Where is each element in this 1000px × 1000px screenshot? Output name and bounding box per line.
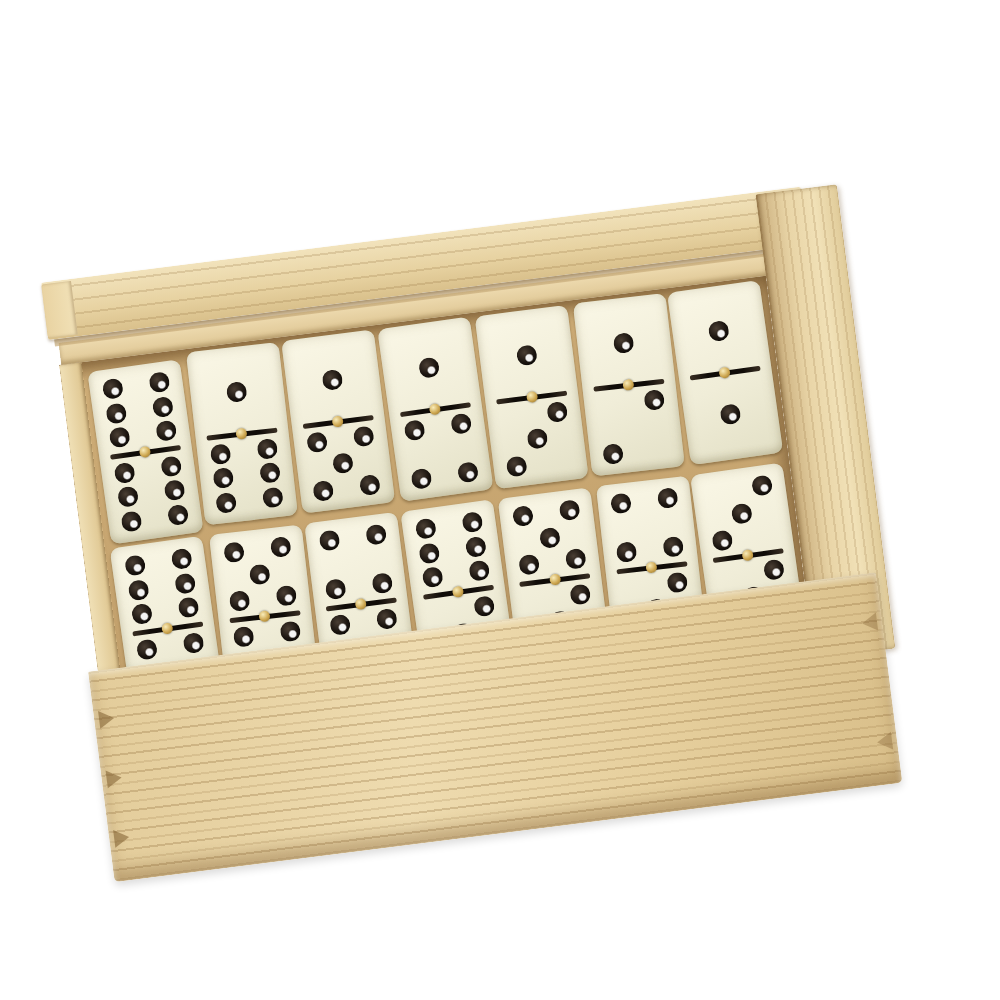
pip-cell	[436, 326, 463, 354]
pip-cell	[401, 416, 428, 444]
pip-cell	[149, 393, 176, 421]
pip-cell	[197, 357, 223, 384]
dovetail-joint-icon	[876, 732, 893, 752]
pip-cell	[726, 289, 753, 317]
pip-cell	[447, 596, 474, 624]
upper-half	[190, 348, 283, 435]
pip-cell	[267, 534, 293, 561]
lower-half	[490, 395, 584, 482]
pip-cell	[233, 462, 259, 489]
pip-cell	[597, 416, 623, 443]
pip-cell	[513, 342, 539, 369]
pip-cell	[319, 551, 345, 578]
pip-cell	[293, 345, 319, 372]
pip	[656, 487, 678, 509]
upper-half	[600, 482, 693, 569]
pip	[214, 492, 236, 514]
pip-cell	[646, 435, 672, 462]
pip-cell	[608, 305, 634, 332]
pip	[464, 535, 487, 558]
pip	[225, 381, 247, 403]
pip-cell	[152, 597, 179, 625]
pip	[518, 554, 540, 576]
pip-cell	[161, 477, 188, 505]
pip	[261, 486, 283, 508]
pip	[472, 595, 495, 618]
upper-half	[382, 323, 477, 412]
pip-cell	[594, 392, 620, 419]
pip	[352, 425, 374, 447]
upper-half	[114, 542, 209, 631]
pip	[269, 536, 291, 558]
pip	[329, 613, 351, 635]
pip-cell	[175, 594, 202, 622]
pip	[279, 620, 301, 642]
pip-cell	[563, 545, 589, 572]
pip-cell	[427, 437, 454, 465]
pip-cell	[419, 378, 446, 406]
domino-1-6[interactable]	[185, 342, 297, 525]
lower-half	[587, 384, 680, 471]
lower-half	[104, 450, 199, 539]
pip	[275, 585, 297, 607]
upper-half	[480, 311, 574, 398]
pip-cell	[138, 480, 165, 508]
pip-cell	[500, 428, 526, 455]
pip-cell	[203, 405, 229, 432]
pip-cell	[236, 487, 262, 514]
pip	[306, 431, 328, 453]
pip	[359, 474, 381, 496]
pip-cell	[277, 618, 303, 645]
pip-cell	[207, 441, 233, 468]
pip	[467, 560, 490, 583]
pip-cell	[533, 314, 559, 341]
pip-cell	[111, 459, 138, 487]
pip	[160, 455, 183, 478]
pip-cell	[220, 539, 246, 566]
pip-cell	[99, 375, 126, 403]
pip-cell	[346, 387, 372, 414]
pip	[461, 511, 484, 534]
pip-cell	[611, 329, 637, 356]
dovetail-joint-icon	[98, 709, 115, 729]
pip-cell	[513, 527, 539, 554]
lower-half	[394, 407, 489, 496]
pip-cell	[462, 533, 489, 561]
pip-cell	[431, 462, 458, 490]
upper-half	[213, 531, 306, 618]
pip-cell	[316, 527, 342, 554]
pip	[322, 368, 344, 390]
pip-cell	[145, 549, 172, 577]
pip	[258, 462, 280, 484]
pip-cell	[322, 576, 348, 603]
pip-cell	[392, 357, 419, 385]
pip-cell	[424, 413, 451, 441]
pip-cell	[620, 413, 646, 440]
pip-cell	[608, 490, 634, 517]
pip-cell	[442, 375, 469, 403]
pip-cell	[126, 396, 153, 424]
lower-half	[200, 432, 293, 519]
dovetail-joint-icon	[861, 613, 878, 633]
pip-cell	[636, 536, 662, 563]
pip-cell	[729, 314, 756, 342]
pip-cell	[389, 333, 416, 361]
pip	[167, 503, 190, 526]
pip-cell	[447, 410, 474, 438]
pip-cell	[560, 521, 586, 548]
pip-cell	[350, 608, 376, 635]
pip-cell	[524, 425, 550, 452]
pip-cell	[244, 351, 270, 378]
pip-cell	[439, 536, 466, 564]
pip-cell	[230, 438, 256, 465]
pip	[170, 548, 193, 571]
pip	[174, 572, 197, 595]
pip-cell	[587, 332, 613, 359]
pip-cell	[299, 393, 325, 420]
pip	[365, 524, 387, 546]
pip	[662, 536, 684, 558]
pip	[371, 572, 393, 594]
pip-cell	[733, 338, 760, 366]
pip-cell	[660, 534, 686, 561]
pip-cell	[114, 483, 141, 511]
pip-cell	[752, 496, 779, 524]
pip-cell	[133, 636, 160, 664]
pip	[228, 590, 250, 612]
dominoes-box-scene	[37, 182, 917, 889]
pip	[610, 493, 632, 515]
pip-cell	[250, 400, 276, 427]
pip	[117, 486, 140, 509]
pip	[209, 443, 231, 465]
pip	[708, 319, 731, 342]
pip-cell	[451, 434, 478, 462]
pip	[232, 626, 254, 648]
pip	[410, 467, 433, 490]
upper-half	[577, 300, 670, 387]
pip-cell	[756, 521, 783, 549]
pip-cell	[106, 424, 133, 452]
upper-half	[503, 494, 597, 581]
upper-half	[672, 287, 767, 376]
pip-cell	[516, 366, 542, 393]
pip-cell	[141, 504, 168, 532]
pip-cell	[419, 564, 446, 592]
upper-half	[309, 518, 403, 605]
pip-cell	[412, 329, 439, 357]
pip-cell	[657, 509, 683, 536]
pip-cell	[454, 458, 481, 486]
pip-cell	[168, 545, 195, 573]
pip	[546, 401, 568, 423]
dovetail-joint-icon	[113, 828, 130, 848]
pip-cell	[180, 629, 207, 657]
pip-cell	[544, 398, 570, 425]
pip-cell	[249, 585, 275, 612]
domino-1-1[interactable]	[667, 280, 783, 465]
pip-cell	[354, 447, 380, 474]
pip-cell	[623, 438, 649, 465]
pip-cell	[350, 423, 376, 450]
upper-half	[405, 506, 500, 595]
pip-cell	[521, 401, 547, 428]
pip-cell	[330, 450, 356, 477]
pip-cell	[157, 632, 184, 660]
pip-cell	[600, 440, 626, 467]
pip-cell	[745, 422, 772, 450]
pip	[212, 467, 234, 489]
upper-half	[92, 366, 187, 455]
pip-cell	[122, 552, 149, 580]
pip	[113, 461, 136, 484]
pip	[763, 558, 786, 581]
pip-cell	[253, 620, 279, 647]
pip-cell	[256, 460, 282, 487]
pip	[515, 344, 537, 366]
pip-cell	[610, 515, 636, 542]
pip-cell	[644, 411, 670, 438]
pip	[222, 542, 244, 564]
pip	[414, 518, 437, 541]
pip	[615, 541, 637, 563]
pip-cell	[424, 599, 451, 627]
pip	[108, 426, 131, 449]
pip-cell	[442, 560, 469, 588]
pip	[418, 356, 441, 379]
pip-cell	[333, 474, 359, 501]
pip-cell	[346, 573, 372, 600]
pip-cell	[304, 428, 330, 455]
pip-cell	[146, 369, 173, 397]
domino-1-2[interactable]	[573, 293, 685, 476]
pip	[324, 578, 346, 600]
pip-cell	[761, 556, 788, 584]
pip-cell	[412, 515, 439, 543]
pip	[512, 505, 534, 527]
pip-cell	[640, 572, 666, 599]
pip-cell	[172, 570, 199, 598]
pip-cell	[527, 450, 553, 477]
product-photo-canvas	[0, 0, 1000, 1000]
pip	[526, 428, 548, 450]
pip	[559, 499, 581, 521]
pip-cell	[307, 453, 333, 480]
pip-cell	[103, 400, 130, 428]
pip	[332, 452, 354, 474]
pip-cell	[125, 576, 152, 604]
pip-cell	[459, 509, 486, 537]
pip-cell	[357, 471, 383, 498]
pip-cell	[617, 574, 643, 601]
pip	[151, 396, 174, 419]
pip	[163, 479, 186, 502]
pip-cell	[221, 354, 247, 381]
pip	[403, 419, 426, 442]
pip-cell	[129, 421, 156, 449]
pip	[130, 603, 153, 626]
pip-cell	[504, 453, 530, 480]
pip-cell	[408, 465, 435, 493]
pip-cell	[343, 363, 369, 390]
pip-cell	[540, 363, 566, 390]
pip-cell	[369, 570, 395, 597]
pip-cell	[550, 447, 576, 474]
pip-cell	[416, 354, 443, 382]
pip-cell	[164, 501, 191, 529]
pip-cell	[557, 497, 583, 524]
pip	[417, 542, 440, 565]
pip-cell	[617, 389, 643, 416]
dovetail-joint-icon	[106, 769, 123, 789]
pip	[105, 402, 128, 425]
domino-1-4[interactable]	[377, 317, 493, 502]
pip-cell	[738, 373, 765, 401]
pip-cell	[493, 369, 519, 396]
pip-cell	[641, 386, 667, 413]
pip-cell	[631, 302, 657, 329]
pip-cell	[200, 381, 226, 408]
pip	[731, 502, 754, 525]
pip-cell	[396, 381, 423, 409]
pip-cell	[210, 465, 236, 492]
pip-cell	[520, 587, 546, 614]
pip	[666, 571, 688, 593]
pip-cell	[510, 503, 536, 530]
pip-cell	[320, 366, 346, 393]
pip-cell	[259, 484, 285, 511]
domino-1-5[interactable]	[281, 329, 395, 513]
pip	[613, 332, 635, 354]
pip-cell	[634, 327, 660, 354]
pip-cell	[128, 600, 155, 628]
pip-cell	[637, 351, 663, 378]
pip	[124, 554, 147, 577]
pip	[720, 403, 743, 426]
pip-cell	[613, 539, 639, 566]
pip-cell	[212, 489, 238, 516]
pip	[456, 461, 479, 484]
pip	[177, 596, 200, 619]
pip-cell	[415, 540, 442, 568]
pip-cell	[158, 452, 185, 480]
lower-half	[684, 370, 779, 459]
pip-cell	[590, 356, 616, 383]
pip-cell	[343, 549, 369, 576]
pip-cell	[487, 320, 513, 347]
pip-cell	[533, 500, 559, 527]
pip-cell	[134, 456, 161, 484]
lower-half	[297, 420, 391, 507]
pip-cell	[310, 477, 336, 504]
pip	[449, 412, 472, 435]
pip-cell	[547, 422, 573, 449]
pip-cell	[536, 524, 562, 551]
pip	[101, 378, 124, 401]
pip-cell	[363, 521, 389, 548]
pip-cell	[470, 592, 497, 620]
pip	[148, 371, 171, 394]
pip	[506, 455, 528, 477]
pip	[318, 530, 340, 552]
pip-cell	[223, 563, 249, 590]
pip-cell	[749, 472, 776, 500]
pip-cell	[537, 339, 563, 366]
pip-cell	[148, 573, 175, 601]
pip-cell	[223, 378, 249, 405]
pip	[376, 608, 398, 630]
pip-cell	[270, 558, 296, 585]
pip-cell	[404, 441, 431, 469]
pip	[120, 510, 143, 533]
pip	[312, 480, 334, 502]
pip-cell	[664, 569, 690, 596]
upper-half	[286, 336, 380, 423]
pip-cell	[230, 623, 256, 650]
pip-cell	[118, 508, 145, 536]
pip	[155, 420, 178, 443]
pip	[256, 438, 278, 460]
domino-1-3[interactable]	[475, 305, 589, 489]
pip-cell	[516, 551, 542, 578]
upper-half	[695, 469, 790, 558]
pip-cell	[544, 584, 570, 611]
pip-cell	[465, 557, 492, 585]
pip	[127, 579, 150, 602]
pip	[643, 389, 665, 411]
pip-cell	[631, 488, 657, 515]
pip-cell	[613, 354, 639, 381]
pip	[751, 474, 774, 497]
lid-end-grain	[41, 281, 78, 338]
pip-cell	[327, 611, 353, 638]
pip	[249, 563, 271, 585]
pip-cell	[296, 369, 322, 396]
pip-cell	[246, 561, 272, 588]
domino-6-6[interactable]	[87, 359, 203, 544]
pip	[135, 638, 158, 661]
pip-cell	[254, 435, 280, 462]
pip-cell	[340, 339, 366, 366]
pip-cell	[497, 404, 523, 431]
pip-cell	[374, 605, 400, 632]
pip-cell	[490, 344, 516, 371]
pip-cell	[510, 317, 536, 344]
pip-cell	[439, 350, 466, 378]
pip-cell	[340, 524, 366, 551]
pip-cell	[435, 512, 462, 540]
pip	[182, 632, 205, 655]
pip	[602, 443, 624, 465]
pip-cell	[153, 417, 180, 445]
pip-cell	[317, 342, 343, 369]
pip-cell	[741, 397, 768, 425]
pip-cell	[226, 403, 252, 430]
pip-cell	[273, 582, 299, 609]
pip-cell	[634, 512, 660, 539]
pip	[538, 527, 560, 549]
pip	[421, 566, 444, 589]
pip-cell	[539, 548, 565, 575]
pip-cell	[247, 376, 273, 403]
pip-cell	[226, 588, 252, 615]
pip	[711, 530, 734, 553]
pip-cell	[366, 546, 392, 573]
pip	[565, 548, 587, 570]
